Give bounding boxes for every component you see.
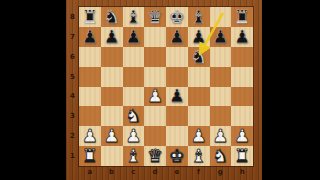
piece-white-pawn[interactable]: ♟ [79, 126, 101, 146]
square-h5[interactable] [231, 67, 253, 87]
piece-black-knight[interactable]: ♞ [188, 47, 210, 67]
chess-board: ♜♞♝♛♚♝♜♟♟♟♟♟♟♟♞♟♟♞♟♟♟♟♟♟♜♝♛♚♝♞♜ [79, 7, 253, 166]
piece-white-pawn[interactable]: ♟ [101, 126, 123, 146]
piece-white-king[interactable]: ♚ [166, 146, 188, 166]
piece-white-queen[interactable]: ♛ [144, 146, 166, 166]
square-e1[interactable]: ♚ [166, 146, 188, 166]
square-b3[interactable] [101, 106, 123, 126]
square-d6[interactable] [144, 47, 166, 67]
thumbnail-stage: ♜♞♝♛♚♝♜♟♟♟♟♟♟♟♞♟♟♞♟♟♟♟♟♟♜♝♛♚♝♞♜ 87654321… [0, 0, 320, 180]
piece-white-rook[interactable]: ♜ [231, 146, 253, 166]
rank-label-7: 7 [66, 34, 79, 41]
piece-black-knight[interactable]: ♞ [101, 7, 123, 27]
square-h4[interactable] [231, 87, 253, 107]
file-label-c: c [123, 169, 145, 176]
piece-black-pawn[interactable]: ♟ [79, 27, 101, 47]
square-g1[interactable]: ♞ [210, 146, 232, 166]
square-d7[interactable] [144, 27, 166, 47]
square-e2[interactable] [166, 126, 188, 146]
square-g4[interactable] [210, 87, 232, 107]
square-g7[interactable]: ♟ [210, 27, 232, 47]
piece-white-knight[interactable]: ♞ [123, 106, 145, 126]
piece-white-pawn[interactable]: ♟ [231, 126, 253, 146]
piece-black-queen[interactable]: ♛ [144, 7, 166, 27]
square-f4[interactable] [188, 87, 210, 107]
square-h7[interactable]: ♟ [231, 27, 253, 47]
square-b6[interactable] [101, 47, 123, 67]
square-f2[interactable]: ♟ [188, 126, 210, 146]
right-black-bar [262, 0, 320, 180]
piece-black-pawn[interactable]: ♟ [101, 27, 123, 47]
square-e8[interactable]: ♚ [166, 7, 188, 27]
square-c8[interactable]: ♝ [123, 7, 145, 27]
square-a3[interactable] [79, 106, 101, 126]
square-h1[interactable]: ♜ [231, 146, 253, 166]
square-d4[interactable]: ♟ [144, 87, 166, 107]
piece-white-pawn[interactable]: ♟ [144, 87, 166, 107]
square-a1[interactable]: ♜ [79, 146, 101, 166]
square-b5[interactable] [101, 67, 123, 87]
file-label-a: a [79, 169, 101, 176]
rank-label-2: 2 [66, 133, 79, 140]
piece-white-bishop[interactable]: ♝ [188, 146, 210, 166]
square-c7[interactable]: ♟ [123, 27, 145, 47]
rank-label-3: 3 [66, 113, 79, 120]
square-b1[interactable] [101, 146, 123, 166]
piece-black-pawn[interactable]: ♟ [188, 27, 210, 47]
rank-label-6: 6 [66, 54, 79, 61]
square-h6[interactable] [231, 47, 253, 67]
square-a6[interactable] [79, 47, 101, 67]
square-a7[interactable]: ♟ [79, 27, 101, 47]
file-label-d: d [144, 169, 166, 176]
rank-label-4: 4 [66, 93, 79, 100]
square-c4[interactable] [123, 87, 145, 107]
piece-white-knight[interactable]: ♞ [210, 146, 232, 166]
square-f6[interactable]: ♞ [188, 47, 210, 67]
square-e4[interactable]: ♟ [166, 87, 188, 107]
chess-board-frame: ♜♞♝♛♚♝♜♟♟♟♟♟♟♟♞♟♟♞♟♟♟♟♟♟♜♝♛♚♝♞♜ 87654321… [66, 0, 262, 180]
square-a4[interactable] [79, 87, 101, 107]
square-f1[interactable]: ♝ [188, 146, 210, 166]
square-g5[interactable] [210, 67, 232, 87]
square-b4[interactable] [101, 87, 123, 107]
square-g3[interactable] [210, 106, 232, 126]
square-d8[interactable]: ♛ [144, 7, 166, 27]
rank-label-1: 1 [66, 153, 79, 160]
piece-black-pawn[interactable]: ♟ [166, 87, 188, 107]
piece-white-pawn[interactable]: ♟ [123, 126, 145, 146]
piece-white-rook[interactable]: ♜ [79, 146, 101, 166]
file-label-h: h [231, 169, 253, 176]
square-a5[interactable] [79, 67, 101, 87]
file-label-e: e [166, 169, 188, 176]
square-b8[interactable]: ♞ [101, 7, 123, 27]
square-g2[interactable]: ♟ [210, 126, 232, 146]
piece-black-bishop[interactable]: ♝ [188, 7, 210, 27]
piece-black-rook[interactable]: ♜ [79, 7, 101, 27]
square-d3[interactable] [144, 106, 166, 126]
file-label-b: b [101, 169, 123, 176]
square-b7[interactable]: ♟ [101, 27, 123, 47]
square-h8[interactable]: ♜ [231, 7, 253, 27]
square-d2[interactable] [144, 126, 166, 146]
rank-label-8: 8 [66, 14, 79, 21]
square-c5[interactable] [123, 67, 145, 87]
square-c3[interactable]: ♞ [123, 106, 145, 126]
piece-black-pawn[interactable]: ♟ [166, 27, 188, 47]
square-f8[interactable]: ♝ [188, 7, 210, 27]
file-label-g: g [210, 169, 232, 176]
square-b2[interactable]: ♟ [101, 126, 123, 146]
square-a8[interactable]: ♜ [79, 7, 101, 27]
square-d1[interactable]: ♛ [144, 146, 166, 166]
piece-black-pawn[interactable]: ♟ [210, 27, 232, 47]
square-e6[interactable] [166, 47, 188, 67]
piece-black-bishop[interactable]: ♝ [123, 7, 145, 27]
square-e7[interactable]: ♟ [166, 27, 188, 47]
piece-white-pawn[interactable]: ♟ [188, 126, 210, 146]
piece-black-rook[interactable]: ♜ [231, 7, 253, 27]
square-h3[interactable] [231, 106, 253, 126]
square-f3[interactable] [188, 106, 210, 126]
piece-black-pawn[interactable]: ♟ [123, 27, 145, 47]
square-c2[interactable]: ♟ [123, 126, 145, 146]
piece-black-pawn[interactable]: ♟ [231, 27, 253, 47]
square-d5[interactable] [144, 67, 166, 87]
rank-label-5: 5 [66, 74, 79, 81]
piece-black-king[interactable]: ♚ [166, 7, 188, 27]
square-f7[interactable]: ♟ [188, 27, 210, 47]
square-c1[interactable]: ♝ [123, 146, 145, 166]
square-e5[interactable] [166, 67, 188, 87]
square-a2[interactable]: ♟ [79, 126, 101, 146]
square-f5[interactable] [188, 67, 210, 87]
piece-white-bishop[interactable]: ♝ [123, 146, 145, 166]
piece-white-pawn[interactable]: ♟ [210, 126, 232, 146]
square-g6[interactable] [210, 47, 232, 67]
square-h2[interactable]: ♟ [231, 126, 253, 146]
square-c6[interactable] [123, 47, 145, 67]
left-black-bar [0, 0, 66, 180]
square-g8[interactable] [210, 7, 232, 27]
file-label-f: f [188, 169, 210, 176]
square-e3[interactable] [166, 106, 188, 126]
